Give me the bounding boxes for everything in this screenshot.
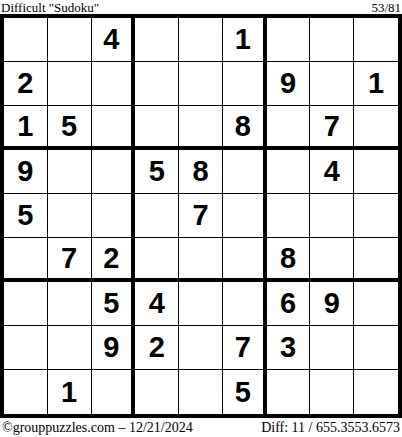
- cell-r8c1[interactable]: [4, 326, 48, 370]
- cell-r6c9[interactable]: [354, 238, 398, 282]
- cell-r2c2[interactable]: [48, 62, 92, 106]
- cell-r1c9[interactable]: [354, 18, 398, 62]
- cell-r7c8: 9: [310, 282, 354, 326]
- cell-r4c5: 8: [179, 150, 223, 194]
- cell-r1c2[interactable]: [48, 18, 92, 62]
- cell-r6c4[interactable]: [135, 238, 179, 282]
- cell-r2c5[interactable]: [179, 62, 223, 106]
- cell-r5c5: 7: [179, 194, 223, 238]
- header: Difficult "Sudoku" 53/81: [0, 0, 402, 14]
- cell-r5c2[interactable]: [48, 194, 92, 238]
- cell-r2c7: 9: [267, 62, 311, 106]
- cell-r3c4[interactable]: [135, 106, 179, 150]
- cell-r4c7[interactable]: [267, 150, 311, 194]
- cell-r8c2[interactable]: [48, 326, 92, 370]
- cell-r4c1: 9: [4, 150, 48, 194]
- cell-r8c9[interactable]: [354, 326, 398, 370]
- cell-r5c6[interactable]: [223, 194, 267, 238]
- cell-r7c5[interactable]: [179, 282, 223, 326]
- sudoku-page: Difficult "Sudoku" 53/81 412911587958457…: [0, 0, 402, 437]
- cell-r3c5[interactable]: [179, 106, 223, 150]
- cell-r3c7[interactable]: [267, 106, 311, 150]
- cell-r3c1: 1: [4, 106, 48, 150]
- cell-r9c4[interactable]: [135, 370, 179, 414]
- page-title: Difficult "Sudoku": [1, 1, 99, 14]
- cell-r4c9[interactable]: [354, 150, 398, 194]
- cell-r8c8[interactable]: [310, 326, 354, 370]
- cell-r5c4[interactable]: [135, 194, 179, 238]
- footer-copyright: ©grouppuzzles.com – 12/21/2024: [2, 418, 193, 437]
- cell-r4c3[interactable]: [92, 150, 136, 194]
- cell-r9c2: 1: [48, 370, 92, 414]
- cell-r9c1[interactable]: [4, 370, 48, 414]
- cell-r7c6[interactable]: [223, 282, 267, 326]
- cell-r4c4: 5: [135, 150, 179, 194]
- cell-r9c7[interactable]: [267, 370, 311, 414]
- footer-difficulty: Diff: 11 / 655.3553.6573: [261, 418, 400, 437]
- cell-r1c3: 4: [92, 18, 136, 62]
- cell-r1c5[interactable]: [179, 18, 223, 62]
- cell-r5c9[interactable]: [354, 194, 398, 238]
- cell-r9c3[interactable]: [92, 370, 136, 414]
- cell-r2c1: 2: [4, 62, 48, 106]
- cell-r6c8[interactable]: [310, 238, 354, 282]
- cell-r8c5[interactable]: [179, 326, 223, 370]
- cell-r6c6[interactable]: [223, 238, 267, 282]
- cell-r1c1[interactable]: [4, 18, 48, 62]
- cell-r9c6: 5: [223, 370, 267, 414]
- cell-r8c4: 2: [135, 326, 179, 370]
- footer: ©grouppuzzles.com – 12/21/2024 Diff: 11 …: [0, 418, 402, 437]
- cell-r1c7[interactable]: [267, 18, 311, 62]
- cell-r1c8[interactable]: [310, 18, 354, 62]
- cell-r4c6[interactable]: [223, 150, 267, 194]
- cell-r3c9[interactable]: [354, 106, 398, 150]
- cell-r7c9[interactable]: [354, 282, 398, 326]
- sudoku-grid: 4129115879584577285469927315: [0, 14, 402, 418]
- cell-r2c9: 1: [354, 62, 398, 106]
- cell-r2c3[interactable]: [92, 62, 136, 106]
- cell-r9c9[interactable]: [354, 370, 398, 414]
- cell-r8c3: 9: [92, 326, 136, 370]
- cell-r3c3[interactable]: [92, 106, 136, 150]
- cell-r8c7: 3: [267, 326, 311, 370]
- cell-r5c8[interactable]: [310, 194, 354, 238]
- cell-r4c2[interactable]: [48, 150, 92, 194]
- cell-r6c1[interactable]: [4, 238, 48, 282]
- cell-r1c4[interactable]: [135, 18, 179, 62]
- cell-r7c4: 4: [135, 282, 179, 326]
- cell-r3c2: 5: [48, 106, 92, 150]
- cell-r7c1[interactable]: [4, 282, 48, 326]
- cell-r9c5[interactable]: [179, 370, 223, 414]
- cell-r2c6[interactable]: [223, 62, 267, 106]
- cell-r6c5[interactable]: [179, 238, 223, 282]
- cell-r9c8[interactable]: [310, 370, 354, 414]
- cell-r5c1: 5: [4, 194, 48, 238]
- cell-r4c8: 4: [310, 150, 354, 194]
- cell-r7c2[interactable]: [48, 282, 92, 326]
- cell-r6c3: 2: [92, 238, 136, 282]
- cell-r3c8: 7: [310, 106, 354, 150]
- empty-cell-counter: 53/81: [371, 1, 401, 14]
- cell-r8c6: 7: [223, 326, 267, 370]
- cell-r5c3[interactable]: [92, 194, 136, 238]
- cell-r7c7: 6: [267, 282, 311, 326]
- cell-r6c7: 8: [267, 238, 311, 282]
- cell-r1c6: 1: [223, 18, 267, 62]
- cell-r6c2: 7: [48, 238, 92, 282]
- cell-r2c4[interactable]: [135, 62, 179, 106]
- cell-r3c6: 8: [223, 106, 267, 150]
- cell-r5c7[interactable]: [267, 194, 311, 238]
- cell-r2c8[interactable]: [310, 62, 354, 106]
- cell-r7c3: 5: [92, 282, 136, 326]
